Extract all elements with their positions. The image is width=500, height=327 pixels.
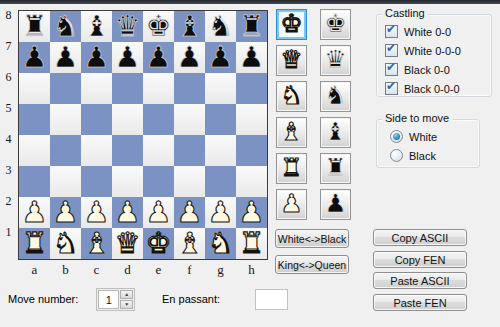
move-number-stepper[interactable]: 1 ▲ ▼ — [96, 288, 135, 311]
white-piece: ♛ — [112, 228, 143, 259]
rank-labels: 87654321 — [0, 0, 17, 248]
palette-white-rook-button[interactable]: ♜ — [276, 153, 307, 184]
square-e6[interactable] — [143, 73, 174, 104]
white-piece: ♟ — [174, 197, 205, 228]
square-a7[interactable]: ♟ — [19, 42, 50, 73]
square-f2[interactable]: ♟ — [174, 197, 205, 228]
square-e4[interactable] — [143, 135, 174, 166]
en-passant-input[interactable] — [255, 289, 288, 310]
square-d2[interactable]: ♟ — [112, 197, 143, 228]
square-h7[interactable]: ♟ — [236, 42, 267, 73]
checkbox-label-white-ooo: White 0-0-0 — [404, 45, 461, 57]
rank-label-5: 5 — [0, 93, 17, 124]
window-top-edge — [0, 0, 500, 4]
square-e5[interactable] — [143, 104, 174, 135]
rank-label-2: 2 — [0, 186, 17, 217]
palette-white-bishop-button[interactable]: ♝ — [276, 117, 307, 148]
rank-label-6: 6 — [0, 62, 17, 93]
square-g2[interactable]: ♟ — [205, 197, 236, 228]
square-g6[interactable] — [205, 73, 236, 104]
square-c5[interactable] — [81, 104, 112, 135]
black-piece: ♝ — [174, 11, 205, 42]
square-c4[interactable] — [81, 135, 112, 166]
square-c1[interactable]: ♝ — [81, 228, 112, 259]
palette-black-pawn-button[interactable]: ♟ — [320, 189, 351, 220]
white-piece: ♜ — [19, 228, 50, 259]
black-piece: ♟ — [50, 42, 81, 73]
board: ♜♞♝♛♚♝♞♜♟♟♟♟♟♟♟♟♟♟♟♟♟♟♟♟♜♞♝♛♚♝♞♜ — [18, 10, 268, 260]
file-label-c: c — [81, 262, 112, 278]
square-c2[interactable]: ♟ — [81, 197, 112, 228]
castling-row-black-oo: ✔Black 0-0 — [385, 63, 450, 76]
checkbox-label-white-oo: White 0-0 — [404, 26, 451, 38]
square-a6[interactable] — [19, 73, 50, 104]
white-piece: ♝ — [81, 228, 112, 259]
white-piece: ♞ — [50, 228, 81, 259]
square-d3[interactable] — [112, 166, 143, 197]
palette-black-king-button[interactable]: ♚ — [320, 9, 351, 40]
square-f5[interactable] — [174, 104, 205, 135]
radio-white[interactable] — [390, 130, 403, 143]
black-piece: ♝ — [81, 11, 112, 42]
checkbox-label-black-oo: Black 0-0 — [404, 64, 450, 76]
checkbox-black-oo[interactable]: ✔ — [385, 63, 398, 76]
palette-black-bishop-button[interactable]: ♝ — [320, 117, 351, 148]
checkmark-icon: ✔ — [386, 22, 396, 36]
square-e2[interactable]: ♟ — [143, 197, 174, 228]
black-piece: ♚ — [143, 11, 174, 42]
palette-black-queen-button[interactable]: ♛ — [320, 45, 351, 76]
paste-fen-button[interactable]: Paste FEN — [373, 294, 467, 311]
file-label-f: f — [174, 262, 205, 278]
white-piece: ♟ — [143, 197, 174, 228]
square-b3[interactable] — [50, 166, 81, 197]
castling-row-white-oo: ✔White 0-0 — [385, 25, 451, 38]
file-label-g: g — [205, 262, 236, 278]
square-g5[interactable] — [205, 104, 236, 135]
white-piece: ♟ — [50, 197, 81, 228]
palette-white-knight-button[interactable]: ♞ — [276, 81, 307, 112]
position-editor-window: 87654321 ♜♞♝♛♚♝♞♜♟♟♟♟♟♟♟♟♟♟♟♟♟♟♟♟♜♞♝♛♚♝♞… — [0, 0, 500, 327]
white-piece: ♟ — [205, 197, 236, 228]
square-b4[interactable] — [50, 135, 81, 166]
checkmark-icon: ✔ — [386, 60, 396, 74]
square-h8[interactable]: ♜ — [236, 11, 267, 42]
square-a1[interactable]: ♜ — [19, 228, 50, 259]
white-piece: ♞ — [205, 228, 236, 259]
square-c8[interactable]: ♝ — [81, 11, 112, 42]
spin-down-icon[interactable]: ▼ — [120, 300, 133, 309]
square-c6[interactable] — [81, 73, 112, 104]
black-piece: ♟ — [174, 42, 205, 73]
black-piece: ♛ — [112, 11, 143, 42]
checkbox-white-oo[interactable]: ✔ — [385, 25, 398, 38]
square-e7[interactable]: ♟ — [143, 42, 174, 73]
black-piece: ♞ — [50, 11, 81, 42]
square-d4[interactable] — [112, 135, 143, 166]
square-b1[interactable]: ♞ — [50, 228, 81, 259]
square-f8[interactable]: ♝ — [174, 11, 205, 42]
palette-black-knight-button[interactable]: ♞ — [320, 81, 351, 112]
square-f3[interactable] — [174, 166, 205, 197]
black-queen-icon: ♛ — [321, 46, 350, 75]
square-g7[interactable]: ♟ — [205, 42, 236, 73]
square-h4[interactable] — [236, 135, 267, 166]
white-piece: ♜ — [236, 228, 267, 259]
black-piece: ♟ — [19, 42, 50, 73]
white-black-swap-button[interactable]: White<->Black — [275, 229, 349, 248]
square-d1[interactable]: ♛ — [112, 228, 143, 259]
square-a8[interactable]: ♜ — [19, 11, 50, 42]
black-bishop-icon: ♝ — [321, 118, 350, 147]
palette-black-rook-button[interactable]: ♜ — [320, 153, 351, 184]
palette-white-king-button[interactable]: ♚ — [276, 9, 307, 40]
square-e8[interactable]: ♚ — [143, 11, 174, 42]
rank-label-4: 4 — [0, 124, 17, 155]
square-a3[interactable] — [19, 166, 50, 197]
en-passant-label: En passant: — [162, 293, 220, 305]
black-piece: ♟ — [205, 42, 236, 73]
black-pawn-icon: ♟ — [321, 190, 350, 219]
square-h3[interactable] — [236, 166, 267, 197]
piece-palette: ♚♚♛♛♞♞♝♝♜♜♟♟ — [276, 9, 351, 220]
white-piece: ♚ — [143, 228, 174, 259]
square-b2[interactable]: ♟ — [50, 197, 81, 228]
white-bishop-icon: ♝ — [277, 118, 306, 147]
rank-label-7: 7 — [0, 31, 17, 62]
file-label-d: d — [112, 262, 143, 278]
square-b8[interactable]: ♞ — [50, 11, 81, 42]
spin-up-icon[interactable]: ▲ — [120, 290, 133, 299]
radio-label-black: Black — [409, 150, 436, 162]
side-to-move-group-title: Side to move — [382, 112, 452, 124]
radio-black[interactable] — [390, 149, 403, 162]
square-b5[interactable] — [50, 104, 81, 135]
black-piece: ♟ — [143, 42, 174, 73]
white-piece: ♟ — [19, 197, 50, 228]
file-labels: abcdefgh — [19, 262, 267, 278]
copy-ascii-button[interactable]: Copy ASCII — [373, 229, 467, 246]
square-g1[interactable]: ♞ — [205, 228, 236, 259]
paste-ascii-button[interactable]: Paste ASCII — [373, 272, 467, 289]
white-queen-icon: ♛ — [277, 46, 306, 75]
white-knight-icon: ♞ — [277, 82, 306, 111]
square-g3[interactable] — [205, 166, 236, 197]
white-rook-icon: ♜ — [277, 154, 306, 183]
side-row-black: Black — [390, 149, 436, 162]
castling-group-title: Castling — [382, 7, 428, 19]
square-d8[interactable]: ♛ — [112, 11, 143, 42]
black-rook-icon: ♜ — [321, 154, 350, 183]
move-number-label: Move number: — [8, 293, 78, 305]
square-c3[interactable] — [81, 166, 112, 197]
square-h6[interactable] — [236, 73, 267, 104]
white-piece: ♟ — [112, 197, 143, 228]
checkbox-label-black-ooo: Black 0-0-0 — [404, 83, 460, 95]
file-label-e: e — [143, 262, 174, 278]
square-d5[interactable] — [112, 104, 143, 135]
file-label-h: h — [236, 262, 267, 278]
square-a5[interactable] — [19, 104, 50, 135]
black-piece: ♟ — [81, 42, 112, 73]
checkbox-white-ooo[interactable]: ✔ — [385, 44, 398, 57]
square-c7[interactable]: ♟ — [81, 42, 112, 73]
king-queen-swap-button[interactable]: King<->Queen — [275, 255, 349, 274]
rank-label-8: 8 — [0, 0, 17, 31]
white-pawn-icon: ♟ — [277, 190, 306, 219]
square-f7[interactable]: ♟ — [174, 42, 205, 73]
checkmark-icon: ✔ — [386, 41, 396, 55]
square-a4[interactable] — [19, 135, 50, 166]
checkbox-black-ooo[interactable]: ✔ — [385, 82, 398, 95]
white-piece: ♟ — [236, 197, 267, 228]
rank-label-1: 1 — [0, 217, 17, 248]
spinner-buttons: ▲ ▼ — [120, 290, 133, 309]
square-h5[interactable] — [236, 104, 267, 135]
square-f1[interactable]: ♝ — [174, 228, 205, 259]
black-piece: ♜ — [19, 11, 50, 42]
copy-fen-button[interactable]: Copy FEN — [373, 251, 467, 268]
file-label-b: b — [50, 262, 81, 278]
black-king-icon: ♚ — [321, 10, 350, 39]
side-row-white: White — [390, 130, 437, 143]
square-h1[interactable]: ♜ — [236, 228, 267, 259]
white-piece: ♟ — [81, 197, 112, 228]
square-g8[interactable]: ♞ — [205, 11, 236, 42]
black-piece: ♟ — [112, 42, 143, 73]
white-king-icon: ♚ — [277, 10, 306, 39]
square-b6[interactable] — [50, 73, 81, 104]
square-h2[interactable]: ♟ — [236, 197, 267, 228]
radio-label-white: White — [409, 131, 437, 143]
move-number-value[interactable]: 1 — [98, 290, 119, 309]
square-e1[interactable]: ♚ — [143, 228, 174, 259]
square-g4[interactable] — [205, 135, 236, 166]
square-d6[interactable] — [112, 73, 143, 104]
black-piece: ♟ — [236, 42, 267, 73]
white-piece: ♝ — [174, 228, 205, 259]
black-piece: ♜ — [236, 11, 267, 42]
castling-row-black-ooo: ✔Black 0-0-0 — [385, 82, 460, 95]
rank-label-3: 3 — [0, 155, 17, 186]
palette-white-queen-button[interactable]: ♛ — [276, 45, 307, 76]
castling-row-white-ooo: ✔White 0-0-0 — [385, 44, 461, 57]
square-b7[interactable]: ♟ — [50, 42, 81, 73]
square-d7[interactable]: ♟ — [112, 42, 143, 73]
black-piece: ♞ — [205, 11, 236, 42]
square-f6[interactable] — [174, 73, 205, 104]
checkmark-icon: ✔ — [386, 79, 396, 93]
side-to-move-group: Side to move WhiteBlack — [376, 119, 480, 168]
file-label-a: a — [19, 262, 50, 278]
palette-white-pawn-button[interactable]: ♟ — [276, 189, 307, 220]
black-knight-icon: ♞ — [321, 82, 350, 111]
square-a2[interactable]: ♟ — [19, 197, 50, 228]
castling-group: Castling ✔White 0-0✔White 0-0-0✔Black 0-… — [376, 14, 492, 97]
square-e3[interactable] — [143, 166, 174, 197]
square-f4[interactable] — [174, 135, 205, 166]
